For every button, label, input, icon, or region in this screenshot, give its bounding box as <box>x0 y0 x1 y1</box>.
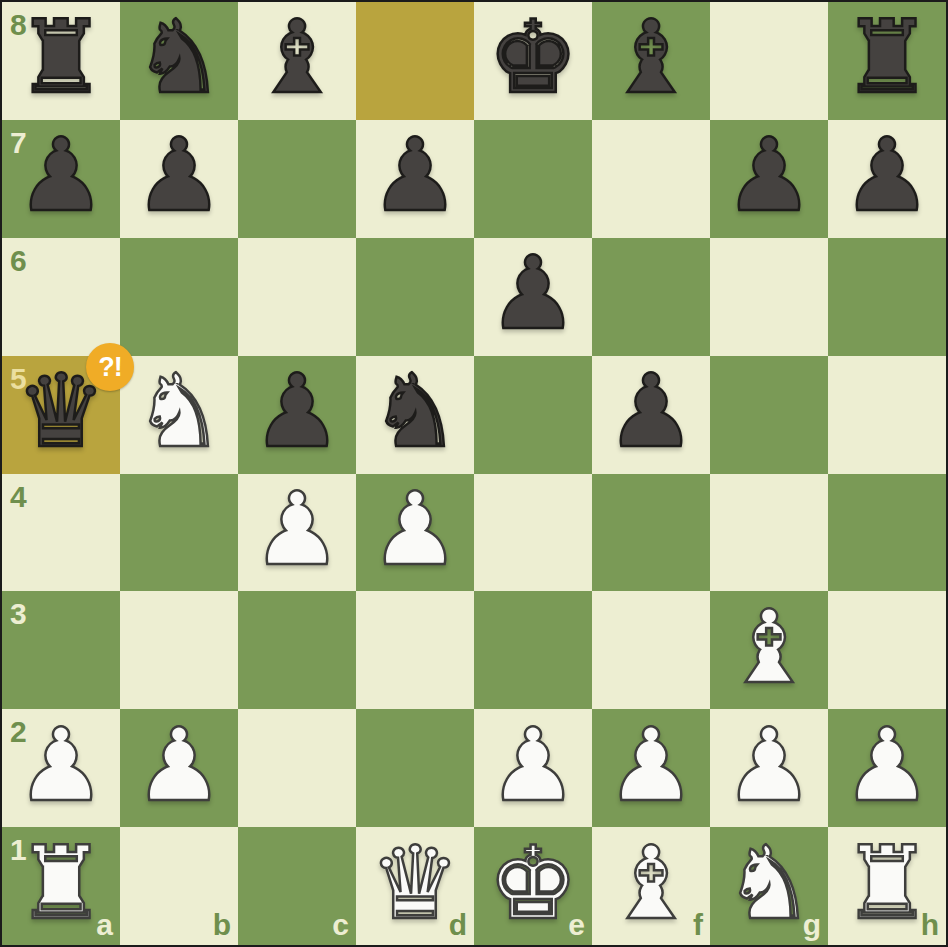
piece-black-pawn[interactable]: ♟ <box>134 125 225 226</box>
piece-white-knight[interactable]: ♞ <box>134 361 225 462</box>
square-e3[interactable] <box>474 591 592 709</box>
square-e7[interactable] <box>474 120 592 238</box>
square-a3[interactable]: 3 <box>2 591 120 709</box>
square-b6[interactable] <box>120 238 238 356</box>
square-e1[interactable]: e♚ <box>474 827 592 945</box>
square-d4[interactable]: ♟ <box>356 474 474 592</box>
square-e6[interactable]: ♟ <box>474 238 592 356</box>
chess-board: 8♜♞♝♚♝♜7♟♟♟♟♟6♟5♛♞♟♞♟4♟♟3♝2♟♟♟♟♟♟1a♜bcd♛… <box>0 0 948 947</box>
rank-label-6: 6 <box>10 246 27 276</box>
piece-black-rook[interactable]: ♜ <box>842 7 933 108</box>
square-b7[interactable]: ♟ <box>120 120 238 238</box>
square-f2[interactable]: ♟ <box>592 709 710 827</box>
square-b2[interactable]: ♟ <box>120 709 238 827</box>
piece-black-pawn[interactable]: ♟ <box>724 125 815 226</box>
square-d6[interactable] <box>356 238 474 356</box>
square-h8[interactable]: ♜ <box>828 2 946 120</box>
square-d3[interactable] <box>356 591 474 709</box>
square-a2[interactable]: 2♟ <box>2 709 120 827</box>
piece-white-pawn[interactable]: ♟ <box>134 715 225 816</box>
square-f5[interactable]: ♟ <box>592 356 710 474</box>
square-b5[interactable]: ♞ <box>120 356 238 474</box>
square-d1[interactable]: d♛ <box>356 827 474 945</box>
piece-black-pawn[interactable]: ♟ <box>16 125 107 226</box>
piece-black-bishop[interactable]: ♝ <box>606 7 697 108</box>
square-a4[interactable]: 4 <box>2 474 120 592</box>
piece-white-bishop[interactable]: ♝ <box>724 597 815 698</box>
square-a8[interactable]: 8♜ <box>2 2 120 120</box>
square-e5[interactable] <box>474 356 592 474</box>
square-e8[interactable]: ♚ <box>474 2 592 120</box>
square-g6[interactable] <box>710 238 828 356</box>
square-g5[interactable] <box>710 356 828 474</box>
square-b8[interactable]: ♞ <box>120 2 238 120</box>
square-h3[interactable] <box>828 591 946 709</box>
square-e4[interactable] <box>474 474 592 592</box>
piece-white-rook[interactable]: ♜ <box>16 833 107 934</box>
square-b4[interactable] <box>120 474 238 592</box>
piece-white-pawn[interactable]: ♟ <box>724 715 815 816</box>
piece-black-pawn[interactable]: ♟ <box>370 125 461 226</box>
piece-white-bishop[interactable]: ♝ <box>606 833 697 934</box>
piece-white-knight[interactable]: ♞ <box>724 833 815 934</box>
square-d5[interactable]: ♞ <box>356 356 474 474</box>
square-f3[interactable] <box>592 591 710 709</box>
square-d2[interactable] <box>356 709 474 827</box>
file-label-c: c <box>332 910 349 940</box>
square-d7[interactable]: ♟ <box>356 120 474 238</box>
square-a7[interactable]: 7♟ <box>2 120 120 238</box>
square-e2[interactable]: ♟ <box>474 709 592 827</box>
square-c1[interactable]: c <box>238 827 356 945</box>
square-h6[interactable] <box>828 238 946 356</box>
square-b3[interactable] <box>120 591 238 709</box>
square-h5[interactable] <box>828 356 946 474</box>
inaccuracy-badge: ?! <box>86 343 134 391</box>
piece-black-rook[interactable]: ♜ <box>16 7 107 108</box>
square-h1[interactable]: h♜ <box>828 827 946 945</box>
square-b1[interactable]: b <box>120 827 238 945</box>
square-a6[interactable]: 6 <box>2 238 120 356</box>
piece-white-pawn[interactable]: ♟ <box>252 479 343 580</box>
square-a1[interactable]: 1a♜ <box>2 827 120 945</box>
piece-black-pawn[interactable]: ♟ <box>488 243 579 344</box>
piece-black-bishop[interactable]: ♝ <box>252 7 343 108</box>
square-h4[interactable] <box>828 474 946 592</box>
rank-label-3: 3 <box>10 599 27 629</box>
square-c3[interactable] <box>238 591 356 709</box>
piece-white-pawn[interactable]: ♟ <box>370 479 461 580</box>
piece-black-pawn[interactable]: ♟ <box>842 125 933 226</box>
square-h7[interactable]: ♟ <box>828 120 946 238</box>
piece-black-king[interactable]: ♚ <box>488 7 579 108</box>
file-label-b: b <box>213 910 231 940</box>
square-c5[interactable]: ♟ <box>238 356 356 474</box>
square-g3[interactable]: ♝ <box>710 591 828 709</box>
square-g8[interactable] <box>710 2 828 120</box>
square-g4[interactable] <box>710 474 828 592</box>
piece-white-pawn[interactable]: ♟ <box>842 715 933 816</box>
square-f8[interactable]: ♝ <box>592 2 710 120</box>
square-h2[interactable]: ♟ <box>828 709 946 827</box>
piece-white-pawn[interactable]: ♟ <box>606 715 697 816</box>
rank-label-4: 4 <box>10 482 27 512</box>
square-c7[interactable] <box>238 120 356 238</box>
piece-white-pawn[interactable]: ♟ <box>16 715 107 816</box>
square-g2[interactable]: ♟ <box>710 709 828 827</box>
piece-white-queen[interactable]: ♛ <box>370 833 461 934</box>
piece-white-rook[interactable]: ♜ <box>842 833 933 934</box>
square-c6[interactable] <box>238 238 356 356</box>
piece-black-pawn[interactable]: ♟ <box>252 361 343 462</box>
square-c2[interactable] <box>238 709 356 827</box>
piece-white-pawn[interactable]: ♟ <box>488 715 579 816</box>
square-f6[interactable] <box>592 238 710 356</box>
piece-black-knight[interactable]: ♞ <box>370 361 461 462</box>
piece-black-pawn[interactable]: ♟ <box>606 361 697 462</box>
piece-black-knight[interactable]: ♞ <box>134 7 225 108</box>
square-f4[interactable] <box>592 474 710 592</box>
square-g7[interactable]: ♟ <box>710 120 828 238</box>
square-d8[interactable] <box>356 2 474 120</box>
square-f1[interactable]: f♝ <box>592 827 710 945</box>
square-f7[interactable] <box>592 120 710 238</box>
square-c4[interactable]: ♟ <box>238 474 356 592</box>
piece-white-king[interactable]: ♚ <box>488 833 579 934</box>
square-g1[interactable]: g♞ <box>710 827 828 945</box>
square-c8[interactable]: ♝ <box>238 2 356 120</box>
